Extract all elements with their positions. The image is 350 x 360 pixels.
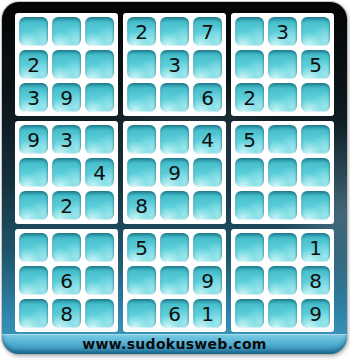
cell-r3c1[interactable]: 3 — [19, 83, 48, 112]
box-3-1: 68 — [15, 229, 118, 332]
cell-r5c2[interactable] — [52, 158, 81, 187]
cell-r6c2[interactable]: 2 — [52, 191, 81, 220]
cell-r4c9[interactable] — [301, 125, 330, 154]
cell-r2c3[interactable] — [85, 50, 114, 79]
cell-r9c7[interactable] — [235, 299, 264, 328]
cell-r9c2[interactable]: 8 — [52, 299, 81, 328]
cell-r9c5[interactable]: 6 — [160, 299, 189, 328]
cell-r7c9[interactable]: 1 — [301, 233, 330, 262]
sudoku-app: 239273635293424985685961189 www.sudokusw… — [0, 0, 350, 360]
cell-r6c4[interactable]: 8 — [127, 191, 156, 220]
box-2-3: 5 — [231, 121, 334, 224]
cell-r8c5[interactable] — [160, 266, 189, 295]
cell-r5c3[interactable]: 4 — [85, 158, 114, 187]
cell-r3c4[interactable] — [127, 83, 156, 112]
cell-r9c4[interactable] — [127, 299, 156, 328]
cell-r4c4[interactable] — [127, 125, 156, 154]
cell-r8c6[interactable]: 9 — [193, 266, 222, 295]
cell-r1c9[interactable] — [301, 17, 330, 46]
box-3-2: 5961 — [123, 229, 226, 332]
box-1-1: 239 — [15, 13, 118, 116]
cell-r9c1[interactable] — [19, 299, 48, 328]
cell-r4c5[interactable] — [160, 125, 189, 154]
cell-r6c3[interactable] — [85, 191, 114, 220]
cell-r6c6[interactable] — [193, 191, 222, 220]
cell-r4c1[interactable]: 9 — [19, 125, 48, 154]
cell-r2c9[interactable]: 5 — [301, 50, 330, 79]
cell-r1c2[interactable] — [52, 17, 81, 46]
cell-r8c8[interactable] — [268, 266, 297, 295]
cell-r6c9[interactable] — [301, 191, 330, 220]
cell-r9c9[interactable]: 9 — [301, 299, 330, 328]
cell-r5c4[interactable] — [127, 158, 156, 187]
cell-r4c2[interactable]: 3 — [52, 125, 81, 154]
box-1-3: 352 — [231, 13, 334, 116]
cell-r8c7[interactable] — [235, 266, 264, 295]
cell-r4c3[interactable] — [85, 125, 114, 154]
cell-r1c1[interactable] — [19, 17, 48, 46]
box-1-2: 2736 — [123, 13, 226, 116]
cell-r2c4[interactable] — [127, 50, 156, 79]
cell-r3c9[interactable] — [301, 83, 330, 112]
cell-r1c5[interactable] — [160, 17, 189, 46]
cell-r1c3[interactable] — [85, 17, 114, 46]
cell-r8c1[interactable] — [19, 266, 48, 295]
cell-r7c6[interactable] — [193, 233, 222, 262]
box-2-1: 9342 — [15, 121, 118, 224]
cell-r5c9[interactable] — [301, 158, 330, 187]
cell-r2c2[interactable] — [52, 50, 81, 79]
box-3-3: 189 — [231, 229, 334, 332]
cell-r6c7[interactable] — [235, 191, 264, 220]
cell-r2c6[interactable] — [193, 50, 222, 79]
cell-r1c4[interactable]: 2 — [127, 17, 156, 46]
cell-r3c7[interactable]: 2 — [235, 83, 264, 112]
cell-r5c8[interactable] — [268, 158, 297, 187]
cell-r3c8[interactable] — [268, 83, 297, 112]
cell-r4c7[interactable]: 5 — [235, 125, 264, 154]
cell-r3c6[interactable]: 6 — [193, 83, 222, 112]
cell-r3c5[interactable] — [160, 83, 189, 112]
cell-r9c8[interactable] — [268, 299, 297, 328]
cell-r7c8[interactable] — [268, 233, 297, 262]
cell-r2c8[interactable] — [268, 50, 297, 79]
cell-r6c5[interactable] — [160, 191, 189, 220]
cell-r7c7[interactable] — [235, 233, 264, 262]
cell-r5c1[interactable] — [19, 158, 48, 187]
cell-r9c3[interactable] — [85, 299, 114, 328]
cell-r8c3[interactable] — [85, 266, 114, 295]
cell-r5c5[interactable]: 9 — [160, 158, 189, 187]
cell-r4c8[interactable] — [268, 125, 297, 154]
box-2-2: 498 — [123, 121, 226, 224]
cell-r7c1[interactable] — [19, 233, 48, 262]
cell-r1c7[interactable] — [235, 17, 264, 46]
cell-r7c4[interactable]: 5 — [127, 233, 156, 262]
sudoku-board: 239273635293424985685961189 — [15, 13, 334, 332]
cell-r2c1[interactable]: 2 — [19, 50, 48, 79]
cell-r8c4[interactable] — [127, 266, 156, 295]
cell-r8c2[interactable]: 6 — [52, 266, 81, 295]
cell-r2c7[interactable] — [235, 50, 264, 79]
board-frame: 239273635293424985685961189 www.sudokusw… — [2, 2, 347, 354]
site-footer: www.sudokusweb.com — [2, 334, 347, 354]
cell-r1c6[interactable]: 7 — [193, 17, 222, 46]
cell-r2c5[interactable]: 3 — [160, 50, 189, 79]
cell-r3c2[interactable]: 9 — [52, 83, 81, 112]
cell-r7c3[interactable] — [85, 233, 114, 262]
cell-r8c9[interactable]: 8 — [301, 266, 330, 295]
cell-r5c7[interactable] — [235, 158, 264, 187]
cell-r3c3[interactable] — [85, 83, 114, 112]
cell-r6c1[interactable] — [19, 191, 48, 220]
cell-r7c5[interactable] — [160, 233, 189, 262]
cell-r1c8[interactable]: 3 — [268, 17, 297, 46]
cell-r9c6[interactable]: 1 — [193, 299, 222, 328]
site-url[interactable]: www.sudokusweb.com — [82, 336, 266, 352]
cell-r6c8[interactable] — [268, 191, 297, 220]
cell-r7c2[interactable] — [52, 233, 81, 262]
cell-r4c6[interactable]: 4 — [193, 125, 222, 154]
cell-r5c6[interactable] — [193, 158, 222, 187]
